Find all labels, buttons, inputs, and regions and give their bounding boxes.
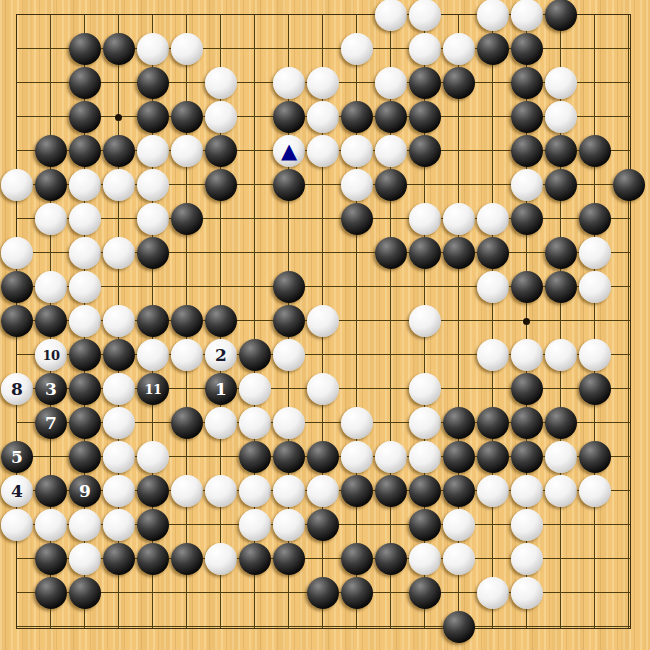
intersection[interactable]	[612, 440, 646, 474]
intersection[interactable]	[204, 32, 238, 66]
intersection[interactable]	[68, 168, 102, 202]
intersection[interactable]	[510, 66, 544, 100]
intersection[interactable]	[0, 134, 34, 168]
intersection[interactable]	[340, 406, 374, 440]
intersection[interactable]	[136, 32, 170, 66]
intersection[interactable]	[612, 474, 646, 508]
intersection[interactable]	[136, 168, 170, 202]
intersection[interactable]	[578, 542, 612, 576]
intersection[interactable]	[408, 100, 442, 134]
intersection[interactable]	[442, 304, 476, 338]
intersection[interactable]	[170, 0, 204, 32]
intersection[interactable]	[578, 304, 612, 338]
intersection[interactable]: 5	[0, 440, 34, 474]
intersection[interactable]	[34, 202, 68, 236]
intersection[interactable]	[272, 168, 306, 202]
intersection[interactable]	[170, 338, 204, 372]
intersection[interactable]	[544, 474, 578, 508]
intersection[interactable]	[476, 372, 510, 406]
intersection[interactable]	[340, 508, 374, 542]
intersection[interactable]	[408, 440, 442, 474]
intersection[interactable]	[136, 134, 170, 168]
intersection[interactable]	[476, 66, 510, 100]
intersection[interactable]	[442, 338, 476, 372]
intersection[interactable]	[102, 0, 136, 32]
intersection[interactable]	[374, 168, 408, 202]
intersection[interactable]	[408, 304, 442, 338]
intersection[interactable]	[238, 406, 272, 440]
intersection[interactable]	[442, 32, 476, 66]
intersection[interactable]	[374, 202, 408, 236]
intersection[interactable]	[340, 270, 374, 304]
intersection[interactable]	[34, 576, 68, 610]
intersection[interactable]	[102, 134, 136, 168]
intersection[interactable]	[340, 542, 374, 576]
intersection[interactable]	[0, 304, 34, 338]
intersection[interactable]	[170, 440, 204, 474]
intersection[interactable]	[408, 236, 442, 270]
intersection[interactable]	[170, 508, 204, 542]
intersection[interactable]	[136, 338, 170, 372]
intersection[interactable]	[306, 338, 340, 372]
intersection[interactable]	[510, 32, 544, 66]
intersection[interactable]	[442, 100, 476, 134]
intersection[interactable]	[34, 236, 68, 270]
intersection[interactable]: 8	[0, 372, 34, 406]
intersection[interactable]	[374, 134, 408, 168]
intersection[interactable]	[442, 0, 476, 32]
intersection[interactable]	[204, 202, 238, 236]
intersection[interactable]	[612, 0, 646, 32]
intersection[interactable]	[102, 66, 136, 100]
intersection[interactable]	[0, 168, 34, 202]
intersection[interactable]	[476, 508, 510, 542]
intersection[interactable]	[34, 0, 68, 32]
intersection[interactable]	[68, 440, 102, 474]
intersection[interactable]	[68, 66, 102, 100]
intersection[interactable]	[272, 372, 306, 406]
intersection[interactable]	[136, 576, 170, 610]
intersection[interactable]	[612, 576, 646, 610]
intersection[interactable]	[374, 338, 408, 372]
intersection[interactable]	[510, 508, 544, 542]
intersection[interactable]	[34, 32, 68, 66]
intersection[interactable]	[136, 202, 170, 236]
intersection[interactable]	[0, 202, 34, 236]
intersection[interactable]	[442, 406, 476, 440]
intersection[interactable]	[374, 440, 408, 474]
intersection[interactable]	[544, 610, 578, 644]
intersection[interactable]	[612, 270, 646, 304]
intersection[interactable]	[102, 338, 136, 372]
intersection[interactable]	[68, 202, 102, 236]
intersection[interactable]	[204, 134, 238, 168]
intersection[interactable]	[204, 610, 238, 644]
intersection[interactable]	[34, 270, 68, 304]
intersection[interactable]	[578, 508, 612, 542]
intersection[interactable]	[374, 542, 408, 576]
intersection[interactable]	[102, 32, 136, 66]
intersection[interactable]	[374, 610, 408, 644]
intersection[interactable]	[476, 32, 510, 66]
intersection[interactable]	[612, 236, 646, 270]
intersection[interactable]	[306, 610, 340, 644]
intersection[interactable]	[204, 542, 238, 576]
intersection[interactable]	[170, 134, 204, 168]
intersection[interactable]	[374, 576, 408, 610]
intersection[interactable]	[34, 66, 68, 100]
intersection[interactable]	[204, 270, 238, 304]
intersection[interactable]	[238, 168, 272, 202]
intersection[interactable]	[408, 406, 442, 440]
intersection[interactable]	[204, 100, 238, 134]
intersection[interactable]	[374, 474, 408, 508]
intersection[interactable]	[272, 0, 306, 32]
intersection[interactable]	[408, 474, 442, 508]
intersection[interactable]	[578, 474, 612, 508]
intersection[interactable]	[136, 610, 170, 644]
intersection[interactable]	[476, 576, 510, 610]
intersection[interactable]: 1	[204, 372, 238, 406]
intersection[interactable]	[340, 202, 374, 236]
intersection[interactable]	[612, 100, 646, 134]
intersection[interactable]	[408, 32, 442, 66]
intersection[interactable]	[544, 168, 578, 202]
intersection[interactable]	[612, 338, 646, 372]
intersection[interactable]	[476, 304, 510, 338]
intersection[interactable]	[578, 610, 612, 644]
intersection[interactable]	[68, 372, 102, 406]
intersection[interactable]	[476, 134, 510, 168]
intersection[interactable]	[68, 508, 102, 542]
intersection[interactable]	[408, 576, 442, 610]
intersection[interactable]	[544, 236, 578, 270]
intersection[interactable]	[102, 304, 136, 338]
intersection[interactable]	[272, 440, 306, 474]
intersection[interactable]	[510, 134, 544, 168]
intersection[interactable]	[0, 610, 34, 644]
intersection[interactable]	[340, 0, 374, 32]
intersection[interactable]	[408, 202, 442, 236]
intersection[interactable]	[306, 100, 340, 134]
intersection[interactable]	[578, 32, 612, 66]
intersection[interactable]	[170, 168, 204, 202]
intersection[interactable]	[306, 576, 340, 610]
intersection[interactable]	[510, 440, 544, 474]
intersection[interactable]	[68, 610, 102, 644]
intersection[interactable]	[612, 134, 646, 168]
intersection[interactable]	[170, 610, 204, 644]
intersection[interactable]	[340, 338, 374, 372]
intersection[interactable]	[68, 0, 102, 32]
intersection[interactable]	[102, 508, 136, 542]
intersection[interactable]	[578, 134, 612, 168]
intersection[interactable]	[510, 236, 544, 270]
intersection[interactable]	[204, 576, 238, 610]
intersection[interactable]	[238, 440, 272, 474]
intersection[interactable]	[34, 100, 68, 134]
intersection[interactable]	[102, 406, 136, 440]
intersection[interactable]	[306, 236, 340, 270]
intersection[interactable]	[0, 32, 34, 66]
intersection[interactable]	[0, 542, 34, 576]
intersection[interactable]	[510, 474, 544, 508]
intersection[interactable]	[374, 406, 408, 440]
intersection[interactable]	[68, 542, 102, 576]
intersection[interactable]	[578, 406, 612, 440]
intersection[interactable]	[34, 134, 68, 168]
intersection[interactable]	[544, 304, 578, 338]
intersection[interactable]	[306, 66, 340, 100]
intersection[interactable]	[34, 168, 68, 202]
intersection[interactable]	[68, 100, 102, 134]
intersection[interactable]	[238, 610, 272, 644]
intersection[interactable]	[374, 32, 408, 66]
intersection[interactable]	[442, 236, 476, 270]
intersection[interactable]	[204, 0, 238, 32]
intersection[interactable]	[544, 270, 578, 304]
intersection[interactable]	[476, 610, 510, 644]
intersection[interactable]	[238, 508, 272, 542]
intersection[interactable]	[0, 270, 34, 304]
intersection[interactable]	[0, 66, 34, 100]
intersection[interactable]	[340, 100, 374, 134]
intersection[interactable]	[68, 32, 102, 66]
intersection[interactable]	[204, 508, 238, 542]
intersection[interactable]	[544, 100, 578, 134]
intersection[interactable]	[612, 542, 646, 576]
intersection[interactable]	[272, 236, 306, 270]
intersection[interactable]	[102, 610, 136, 644]
intersection[interactable]	[612, 508, 646, 542]
intersection[interactable]	[102, 372, 136, 406]
intersection[interactable]	[272, 100, 306, 134]
intersection[interactable]	[578, 0, 612, 32]
intersection[interactable]	[306, 304, 340, 338]
intersection[interactable]	[238, 304, 272, 338]
intersection[interactable]	[408, 0, 442, 32]
intersection[interactable]	[510, 270, 544, 304]
intersection[interactable]	[544, 406, 578, 440]
intersection[interactable]	[272, 542, 306, 576]
intersection[interactable]	[442, 610, 476, 644]
intersection[interactable]	[510, 304, 544, 338]
intersection[interactable]	[204, 440, 238, 474]
intersection[interactable]	[578, 66, 612, 100]
intersection[interactable]	[136, 236, 170, 270]
intersection[interactable]	[544, 134, 578, 168]
intersection[interactable]	[102, 440, 136, 474]
intersection[interactable]: 11	[136, 372, 170, 406]
intersection[interactable]	[544, 32, 578, 66]
intersection[interactable]	[238, 32, 272, 66]
intersection[interactable]	[68, 236, 102, 270]
intersection[interactable]	[340, 304, 374, 338]
intersection[interactable]	[136, 0, 170, 32]
intersection[interactable]	[102, 474, 136, 508]
intersection[interactable]	[544, 338, 578, 372]
intersection[interactable]	[476, 406, 510, 440]
intersection[interactable]	[238, 202, 272, 236]
intersection[interactable]	[170, 66, 204, 100]
intersection[interactable]	[238, 66, 272, 100]
intersection[interactable]	[136, 440, 170, 474]
intersection[interactable]	[238, 270, 272, 304]
intersection[interactable]	[34, 474, 68, 508]
intersection[interactable]	[442, 508, 476, 542]
intersection[interactable]	[544, 372, 578, 406]
intersection[interactable]	[612, 66, 646, 100]
intersection[interactable]	[442, 542, 476, 576]
intersection[interactable]	[306, 406, 340, 440]
intersection[interactable]	[408, 610, 442, 644]
intersection[interactable]	[272, 474, 306, 508]
intersection[interactable]	[34, 542, 68, 576]
intersection[interactable]: ▲	[272, 134, 306, 168]
intersection[interactable]	[238, 372, 272, 406]
intersection[interactable]	[340, 372, 374, 406]
intersection[interactable]	[340, 32, 374, 66]
intersection[interactable]	[374, 100, 408, 134]
intersection[interactable]	[578, 338, 612, 372]
intersection[interactable]	[340, 168, 374, 202]
intersection[interactable]	[306, 168, 340, 202]
intersection[interactable]	[374, 372, 408, 406]
intersection[interactable]	[136, 100, 170, 134]
intersection[interactable]: 4	[0, 474, 34, 508]
intersection[interactable]	[408, 508, 442, 542]
intersection[interactable]	[442, 134, 476, 168]
intersection[interactable]	[306, 202, 340, 236]
intersection[interactable]	[544, 0, 578, 32]
intersection[interactable]	[442, 576, 476, 610]
intersection[interactable]	[136, 304, 170, 338]
intersection[interactable]	[374, 270, 408, 304]
intersection[interactable]	[136, 508, 170, 542]
intersection[interactable]	[34, 440, 68, 474]
intersection[interactable]	[578, 202, 612, 236]
intersection[interactable]	[510, 202, 544, 236]
intersection[interactable]	[408, 338, 442, 372]
intersection[interactable]	[374, 0, 408, 32]
intersection[interactable]	[170, 542, 204, 576]
intersection[interactable]	[340, 236, 374, 270]
intersection[interactable]	[272, 338, 306, 372]
intersection[interactable]	[340, 474, 374, 508]
intersection[interactable]	[578, 372, 612, 406]
intersection[interactable]	[578, 236, 612, 270]
intersection[interactable]	[68, 304, 102, 338]
intersection[interactable]	[578, 100, 612, 134]
intersection[interactable]	[476, 542, 510, 576]
intersection[interactable]	[476, 202, 510, 236]
intersection[interactable]	[578, 168, 612, 202]
intersection[interactable]	[204, 304, 238, 338]
intersection[interactable]	[306, 0, 340, 32]
intersection[interactable]	[204, 406, 238, 440]
intersection[interactable]	[340, 134, 374, 168]
intersection[interactable]	[510, 168, 544, 202]
intersection[interactable]	[68, 576, 102, 610]
intersection[interactable]	[578, 440, 612, 474]
intersection[interactable]	[238, 100, 272, 134]
intersection[interactable]: 2	[204, 338, 238, 372]
intersection[interactable]	[0, 406, 34, 440]
intersection[interactable]	[272, 66, 306, 100]
intersection[interactable]	[306, 32, 340, 66]
intersection[interactable]	[272, 270, 306, 304]
intersection[interactable]	[408, 134, 442, 168]
intersection[interactable]	[510, 406, 544, 440]
intersection[interactable]	[374, 66, 408, 100]
intersection[interactable]	[170, 270, 204, 304]
intersection[interactable]	[306, 474, 340, 508]
intersection[interactable]	[340, 440, 374, 474]
intersection[interactable]	[442, 270, 476, 304]
intersection[interactable]	[306, 440, 340, 474]
intersection[interactable]	[204, 474, 238, 508]
intersection[interactable]	[170, 236, 204, 270]
intersection[interactable]	[102, 202, 136, 236]
intersection[interactable]	[102, 100, 136, 134]
intersection[interactable]	[0, 100, 34, 134]
intersection[interactable]	[34, 508, 68, 542]
intersection[interactable]	[0, 576, 34, 610]
intersection[interactable]	[306, 542, 340, 576]
intersection[interactable]	[272, 610, 306, 644]
intersection[interactable]	[408, 168, 442, 202]
intersection[interactable]	[442, 474, 476, 508]
intersection[interactable]	[306, 134, 340, 168]
intersection[interactable]	[68, 406, 102, 440]
intersection[interactable]	[306, 270, 340, 304]
intersection[interactable]	[34, 610, 68, 644]
intersection[interactable]	[408, 270, 442, 304]
intersection[interactable]	[0, 338, 34, 372]
intersection[interactable]	[306, 508, 340, 542]
intersection[interactable]	[510, 338, 544, 372]
go-board[interactable]: ▲102831117549	[0, 0, 650, 650]
intersection[interactable]	[476, 0, 510, 32]
intersection[interactable]	[408, 66, 442, 100]
intersection[interactable]: 7	[34, 406, 68, 440]
intersection[interactable]: 10	[34, 338, 68, 372]
intersection[interactable]	[170, 202, 204, 236]
intersection[interactable]	[612, 32, 646, 66]
intersection[interactable]	[510, 0, 544, 32]
intersection[interactable]	[136, 406, 170, 440]
intersection[interactable]	[374, 508, 408, 542]
intersection[interactable]	[544, 542, 578, 576]
intersection[interactable]	[238, 236, 272, 270]
intersection[interactable]	[612, 372, 646, 406]
intersection[interactable]	[34, 304, 68, 338]
intersection[interactable]	[612, 406, 646, 440]
intersection[interactable]	[68, 338, 102, 372]
intersection[interactable]	[136, 66, 170, 100]
intersection[interactable]	[306, 372, 340, 406]
intersection[interactable]	[340, 66, 374, 100]
intersection[interactable]	[442, 202, 476, 236]
intersection[interactable]	[102, 576, 136, 610]
intersection[interactable]	[204, 66, 238, 100]
intersection[interactable]	[544, 202, 578, 236]
intersection[interactable]: 9	[68, 474, 102, 508]
intersection[interactable]	[408, 372, 442, 406]
intersection[interactable]	[204, 168, 238, 202]
intersection[interactable]	[0, 508, 34, 542]
intersection[interactable]	[510, 576, 544, 610]
